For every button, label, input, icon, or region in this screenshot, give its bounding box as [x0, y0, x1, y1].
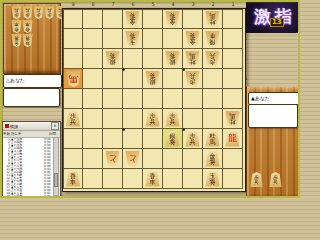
kifu-window-icon [5, 124, 9, 128]
tray-row: 歩兵歩兵歩兵歩兵歩兵 [11, 6, 66, 19]
kifu-move-row[interactable]: 20△９四歩0:00 [3, 195, 55, 197]
square-1-6[interactable]: 桂馬 [223, 109, 243, 129]
square-3-1[interactable] [183, 9, 203, 29]
square-4-5[interactable] [163, 89, 183, 109]
square-7-4[interactable] [103, 69, 123, 89]
logo-char-1: 激 [254, 5, 271, 28]
shogi-board: 金将金将桂馬玉将金将飛車銀将銀将桂馬歩兵馬銀将歩兵歩兵歩兵歩兵桂馬銀将歩兵桂馬龍… [62, 8, 246, 192]
kifu-scrollbar-thumb[interactable] [54, 173, 58, 187]
square-4-2[interactable] [163, 29, 183, 49]
square-7-1[interactable] [103, 9, 123, 29]
square-5-6[interactable]: 歩兵 [143, 109, 163, 129]
square-5-8[interactable] [143, 149, 163, 169]
piece-歩兵[interactable]: 歩兵 [250, 172, 263, 187]
star-point [122, 128, 125, 131]
piece-桂馬[interactable]: 桂馬 [205, 131, 220, 147]
board-grid: 金将金将桂馬玉将金将飛車銀将銀将桂馬歩兵馬銀将歩兵歩兵歩兵歩兵桂馬銀将歩兵桂馬龍… [63, 9, 245, 191]
gote-captured-pieces: 歩兵歩兵歩兵歩兵歩兵香車香車金将銀将 [11, 6, 66, 47]
square-1-5[interactable] [223, 89, 243, 109]
kifu-window: 棋譜 × 手数 指し手 時間 1▲７六歩0:002△３四歩0:003▲２六歩0:… [2, 121, 61, 198]
file-label-9: 9 [63, 1, 83, 7]
square-3-5[interactable] [183, 89, 203, 109]
square-8-8[interactable] [83, 149, 103, 169]
piece-銀将[interactable]: 銀将 [22, 34, 33, 47]
kifu-col-moveno: 手数 [3, 131, 10, 137]
square-6-5[interactable] [123, 89, 143, 109]
kifu-header: 手数 指し手 時間 [3, 131, 60, 138]
piece-金将[interactable]: 金将 [165, 11, 180, 27]
piece-歩兵[interactable]: 歩兵 [33, 6, 44, 19]
kifu-scrollbar[interactable] [53, 137, 59, 196]
square-2-8[interactable]: 金将 [203, 149, 223, 169]
square-6-9[interactable] [123, 169, 143, 189]
square-2-5[interactable] [203, 89, 223, 109]
square-3-3[interactable]: 桂馬 [183, 49, 203, 69]
file-coordinates: 987654321 [63, 1, 243, 7]
file-label-6: 6 [123, 1, 143, 7]
piece-桂馬[interactable]: 桂馬 [205, 11, 220, 27]
square-9-8[interactable] [63, 149, 83, 169]
piece-歩兵[interactable]: 歩兵 [185, 131, 200, 147]
file-label-5: 5 [143, 1, 163, 7]
square-4-9[interactable] [163, 169, 183, 189]
file-label-3: 3 [183, 1, 203, 7]
square-5-1[interactable] [143, 9, 163, 29]
tray-row: 金将銀将 [11, 34, 66, 47]
square-4-3[interactable]: 銀将 [163, 49, 183, 69]
file-label-8: 8 [83, 1, 103, 7]
tray-row: 歩兵歩兵 [250, 172, 282, 187]
close-icon[interactable]: × [51, 122, 59, 130]
square-4-8[interactable] [163, 149, 183, 169]
piece-香車[interactable]: 香車 [66, 171, 81, 187]
square-6-3[interactable] [123, 49, 143, 69]
square-2-3[interactable]: 歩兵 [203, 49, 223, 69]
piece-銀将[interactable]: 銀将 [165, 131, 180, 147]
square-4-6[interactable]: 歩兵 [163, 109, 183, 129]
square-6-1[interactable]: 金将 [123, 9, 143, 29]
piece-飛車[interactable]: 飛車 [205, 31, 220, 47]
square-2-7[interactable]: 桂馬 [203, 129, 223, 149]
square-7-8[interactable]: と [103, 149, 123, 169]
sente-captured-pieces: 歩兵歩兵 [250, 172, 282, 187]
promoted-piece-馬[interactable]: 馬 [66, 71, 81, 87]
square-6-6[interactable] [123, 109, 143, 129]
piece-銀将[interactable]: 銀将 [105, 51, 120, 67]
square-3-7[interactable]: 歩兵 [183, 129, 203, 149]
gote-captured-tray: 歩兵歩兵歩兵歩兵歩兵香車香車金将銀将 [3, 3, 61, 74]
square-1-3[interactable] [223, 49, 243, 69]
star-point [182, 68, 185, 71]
piece-歩兵[interactable]: 歩兵 [165, 111, 180, 127]
square-8-1[interactable] [83, 9, 103, 29]
piece-玉将[interactable]: 玉将 [125, 31, 140, 47]
piece-桂馬[interactable]: 桂馬 [225, 111, 240, 127]
star-point [122, 68, 125, 71]
square-1-9[interactable] [223, 169, 243, 189]
square-3-9[interactable] [183, 169, 203, 189]
square-6-8[interactable]: と [123, 149, 143, 169]
square-9-1[interactable] [63, 9, 83, 29]
piece-歩兵[interactable]: 歩兵 [205, 51, 220, 67]
square-8-6[interactable] [83, 109, 103, 129]
promoted-piece-と[interactable]: と [125, 151, 140, 167]
piece-桂馬[interactable]: 桂馬 [185, 51, 200, 67]
square-9-7[interactable] [63, 129, 83, 149]
square-6-2[interactable]: 玉将 [123, 29, 143, 49]
piece-歩兵[interactable]: 歩兵 [11, 6, 22, 19]
square-9-2[interactable] [63, 29, 83, 49]
square-2-9[interactable]: 玉将 [203, 169, 223, 189]
square-2-4[interactable] [203, 69, 223, 89]
square-7-5[interactable] [103, 89, 123, 109]
square-6-7[interactable] [123, 129, 143, 149]
square-1-7[interactable]: 龍 [223, 129, 243, 149]
promoted-piece-龍[interactable]: 龍 [225, 131, 240, 147]
square-9-5[interactable] [63, 89, 83, 109]
piece-歩兵[interactable]: 歩兵 [269, 172, 282, 187]
square-8-9[interactable] [83, 169, 103, 189]
kifu-move-list[interactable]: 1▲７六歩0:002△３四歩0:003▲２六歩0:004△４四歩0:005▲４八… [3, 138, 55, 197]
piece-香車[interactable]: 香車 [145, 171, 160, 187]
file-label-1: 1 [223, 1, 243, 7]
square-8-3[interactable] [83, 49, 103, 69]
square-7-7[interactable] [103, 129, 123, 149]
square-9-3[interactable] [63, 49, 83, 69]
square-7-9[interactable] [103, 169, 123, 189]
square-6-4[interactable] [123, 69, 143, 89]
piece-歩兵[interactable]: 歩兵 [66, 111, 81, 127]
piece-歩兵[interactable]: 歩兵 [185, 71, 200, 87]
square-3-8[interactable] [183, 149, 203, 169]
square-4-1[interactable]: 金将 [163, 9, 183, 29]
square-1-8[interactable] [223, 149, 243, 169]
piece-金将[interactable]: 金将 [205, 151, 220, 167]
square-5-9[interactable]: 香車 [143, 169, 163, 189]
square-5-3[interactable] [143, 49, 163, 69]
piece-歩兵[interactable]: 歩兵 [22, 6, 33, 19]
gote-player-label: △あなた [3, 74, 62, 88]
file-label-7: 7 [103, 1, 123, 7]
piece-香車[interactable]: 香車 [11, 20, 22, 33]
piece-銀将[interactable]: 銀将 [145, 71, 160, 87]
square-5-5[interactable] [143, 89, 163, 109]
kifu-titlebar[interactable]: 棋譜 × [3, 122, 60, 131]
square-5-7[interactable] [143, 129, 163, 149]
piece-金将[interactable]: 金将 [185, 31, 200, 47]
square-5-2[interactable] [143, 29, 163, 49]
star-point [182, 128, 185, 131]
sente-info-box [248, 104, 298, 128]
piece-玉将[interactable]: 玉将 [205, 171, 220, 187]
square-9-9[interactable]: 香車 [63, 169, 83, 189]
square-4-7[interactable]: 銀将 [163, 129, 183, 149]
gekisashi-logo: 激 指 13 [246, 0, 300, 33]
square-8-5[interactable] [83, 89, 103, 109]
square-2-2[interactable]: 飛車 [203, 29, 223, 49]
kifu-title: 棋譜 [10, 124, 51, 129]
tray-row: 香車香車 [11, 20, 66, 33]
square-3-2[interactable]: 金将 [183, 29, 203, 49]
square-7-3[interactable]: 銀将 [103, 49, 123, 69]
file-label-2: 2 [203, 1, 223, 7]
square-7-2[interactable] [103, 29, 123, 49]
square-9-4[interactable]: 馬 [63, 69, 83, 89]
piece-金将[interactable]: 金将 [125, 11, 140, 27]
piece-歩兵[interactable]: 歩兵 [44, 6, 55, 19]
piece-金将[interactable]: 金将 [11, 34, 22, 47]
square-1-2[interactable] [223, 29, 243, 49]
square-3-6[interactable] [183, 109, 203, 129]
square-4-4[interactable] [163, 69, 183, 89]
square-2-6[interactable] [203, 109, 223, 129]
gote-info-box [3, 88, 60, 107]
piece-銀将[interactable]: 銀将 [165, 51, 180, 67]
square-2-1[interactable]: 桂馬 [203, 9, 223, 29]
square-8-4[interactable] [83, 69, 103, 89]
logo-version-badge: 13 [270, 18, 284, 27]
square-8-7[interactable] [83, 129, 103, 149]
square-9-6[interactable]: 歩兵 [63, 109, 83, 129]
square-1-1[interactable] [223, 9, 243, 29]
square-1-4[interactable] [223, 69, 243, 89]
square-7-6[interactable] [103, 109, 123, 129]
square-5-4[interactable]: 銀将 [143, 69, 163, 89]
kifu-col-move: 指し手 [11, 131, 49, 137]
piece-歩兵[interactable]: 歩兵 [145, 111, 160, 127]
file-label-4: 4 [163, 1, 183, 7]
square-8-2[interactable] [83, 29, 103, 49]
promoted-piece-と[interactable]: と [105, 151, 120, 167]
square-3-4[interactable]: 歩兵 [183, 69, 203, 89]
piece-香車[interactable]: 香車 [22, 20, 33, 33]
